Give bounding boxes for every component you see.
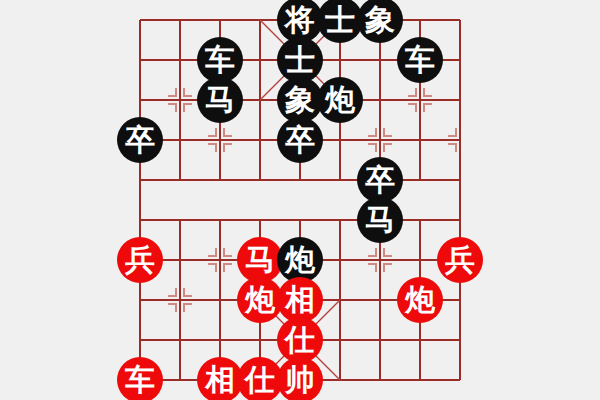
- black-soldier[interactable]: 卒: [277, 117, 323, 163]
- red-soldier[interactable]: 兵: [117, 237, 163, 283]
- xiangqi-board: 将士象车士车马象炮卒卒卒马兵马炮兵炮相炮仕车相仕帅: [0, 0, 600, 400]
- black-chariot[interactable]: 车: [397, 37, 443, 83]
- black-elephant[interactable]: 象: [357, 0, 403, 43]
- black-cannon[interactable]: 炮: [317, 77, 363, 123]
- black-horse[interactable]: 马: [197, 77, 243, 123]
- red-chariot[interactable]: 车: [117, 357, 163, 400]
- black-soldier[interactable]: 卒: [117, 117, 163, 163]
- red-cannon[interactable]: 炮: [397, 277, 443, 323]
- red-general[interactable]: 帅: [277, 357, 323, 400]
- red-soldier[interactable]: 兵: [437, 237, 483, 283]
- pieces-layer: 将士象车士车马象炮卒卒卒马兵马炮兵炮相炮仕车相仕帅: [0, 0, 600, 400]
- black-horse[interactable]: 马: [357, 197, 403, 243]
